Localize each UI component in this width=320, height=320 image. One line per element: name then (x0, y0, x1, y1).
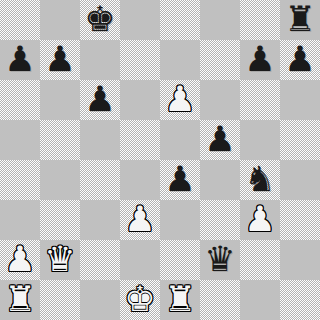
square-b1[interactable] (40, 280, 80, 320)
piece-white-pawn-e6[interactable]: ♟ (164, 82, 195, 117)
square-e4[interactable]: ♟ (160, 160, 200, 200)
square-c4[interactable] (80, 160, 120, 200)
square-f8[interactable] (200, 0, 240, 40)
chess-board: ♚♜♟♟♟♟♟♟♟♟♞♟♟♟♛♛♜♚♜ (0, 0, 320, 320)
piece-white-pawn-g3[interactable]: ♟ (244, 202, 275, 237)
square-h2[interactable] (280, 240, 320, 280)
square-e7[interactable] (160, 40, 200, 80)
piece-black-knight-g4[interactable]: ♞ (244, 162, 275, 197)
square-e2[interactable] (160, 240, 200, 280)
square-d8[interactable] (120, 0, 160, 40)
square-b6[interactable] (40, 80, 80, 120)
square-e8[interactable] (160, 0, 200, 40)
square-a5[interactable] (0, 120, 40, 160)
square-b2[interactable]: ♛ (40, 240, 80, 280)
piece-black-rook-h8[interactable]: ♜ (284, 2, 315, 37)
square-b4[interactable] (40, 160, 80, 200)
square-g5[interactable] (240, 120, 280, 160)
piece-black-pawn-a7[interactable]: ♟ (4, 42, 35, 77)
square-e3[interactable] (160, 200, 200, 240)
square-c8[interactable]: ♚ (80, 0, 120, 40)
piece-white-pawn-a2[interactable]: ♟ (4, 242, 35, 277)
square-e1[interactable]: ♜ (160, 280, 200, 320)
square-a8[interactable] (0, 0, 40, 40)
square-h8[interactable]: ♜ (280, 0, 320, 40)
square-g6[interactable] (240, 80, 280, 120)
square-e6[interactable]: ♟ (160, 80, 200, 120)
square-e5[interactable] (160, 120, 200, 160)
square-f3[interactable] (200, 200, 240, 240)
square-h6[interactable] (280, 80, 320, 120)
square-a1[interactable]: ♜ (0, 280, 40, 320)
square-c5[interactable] (80, 120, 120, 160)
square-h3[interactable] (280, 200, 320, 240)
square-c1[interactable] (80, 280, 120, 320)
piece-white-rook-e1[interactable]: ♜ (164, 282, 195, 317)
piece-black-king-c8[interactable]: ♚ (84, 2, 115, 37)
square-g7[interactable]: ♟ (240, 40, 280, 80)
square-b5[interactable] (40, 120, 80, 160)
square-c6[interactable]: ♟ (80, 80, 120, 120)
piece-black-pawn-g7[interactable]: ♟ (244, 42, 275, 77)
square-g8[interactable] (240, 0, 280, 40)
square-b8[interactable] (40, 0, 80, 40)
square-b7[interactable]: ♟ (40, 40, 80, 80)
piece-white-king-d1[interactable]: ♚ (124, 282, 155, 317)
square-c3[interactable] (80, 200, 120, 240)
square-f1[interactable] (200, 280, 240, 320)
piece-black-pawn-c6[interactable]: ♟ (84, 82, 115, 117)
piece-black-pawn-f5[interactable]: ♟ (204, 122, 235, 157)
square-h5[interactable] (280, 120, 320, 160)
square-a3[interactable] (0, 200, 40, 240)
square-d1[interactable]: ♚ (120, 280, 160, 320)
piece-black-pawn-e4[interactable]: ♟ (164, 162, 195, 197)
square-h4[interactable] (280, 160, 320, 200)
square-a6[interactable] (0, 80, 40, 120)
square-f6[interactable] (200, 80, 240, 120)
square-h1[interactable] (280, 280, 320, 320)
square-g2[interactable] (240, 240, 280, 280)
square-h7[interactable]: ♟ (280, 40, 320, 80)
piece-white-queen-b2[interactable]: ♛ (44, 242, 75, 277)
square-d7[interactable] (120, 40, 160, 80)
square-d5[interactable] (120, 120, 160, 160)
square-d4[interactable] (120, 160, 160, 200)
square-g4[interactable]: ♞ (240, 160, 280, 200)
square-d3[interactable]: ♟ (120, 200, 160, 240)
square-g1[interactable] (240, 280, 280, 320)
square-c2[interactable] (80, 240, 120, 280)
piece-black-pawn-b7[interactable]: ♟ (44, 42, 75, 77)
square-f7[interactable] (200, 40, 240, 80)
piece-white-rook-a1[interactable]: ♜ (4, 282, 35, 317)
square-f2[interactable]: ♛ (200, 240, 240, 280)
square-a2[interactable]: ♟ (0, 240, 40, 280)
piece-white-pawn-d3[interactable]: ♟ (124, 202, 155, 237)
square-f5[interactable]: ♟ (200, 120, 240, 160)
square-a7[interactable]: ♟ (0, 40, 40, 80)
square-g3[interactable]: ♟ (240, 200, 280, 240)
square-d2[interactable] (120, 240, 160, 280)
square-c7[interactable] (80, 40, 120, 80)
square-a4[interactable] (0, 160, 40, 200)
square-b3[interactable] (40, 200, 80, 240)
square-d6[interactable] (120, 80, 160, 120)
piece-black-queen-f2[interactable]: ♛ (204, 242, 235, 277)
square-f4[interactable] (200, 160, 240, 200)
piece-black-pawn-h7[interactable]: ♟ (284, 42, 315, 77)
